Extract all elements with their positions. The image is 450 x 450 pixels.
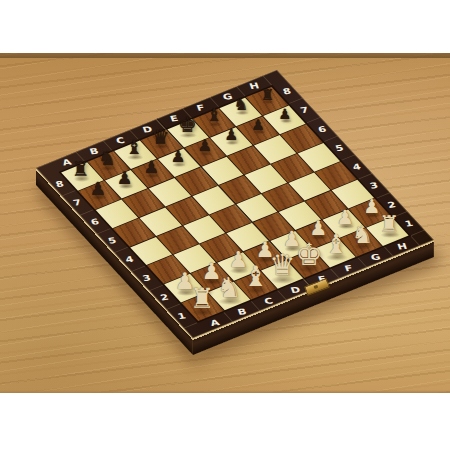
piece-black-r-a8[interactable]: ♜ xyxy=(72,160,90,180)
piece-black-p-h7[interactable]: ♟ xyxy=(279,107,292,121)
piece-black-p-a7[interactable]: ♟ xyxy=(90,180,106,198)
piece-black-p-b7[interactable]: ♟ xyxy=(117,170,133,188)
piece-white-p-h2[interactable]: ♟ xyxy=(363,197,380,216)
piece-white-r-h1[interactable]: ♜ xyxy=(379,213,400,236)
piece-white-k-e1[interactable]: ♚ xyxy=(295,240,322,270)
piece-white-q-d1[interactable]: ♛ xyxy=(269,251,295,280)
table-far-edge xyxy=(0,53,450,58)
piece-black-k-e8[interactable]: ♚ xyxy=(178,115,197,136)
piece-black-n-b8[interactable]: ♞ xyxy=(98,149,116,169)
piece-black-p-f7[interactable]: ♟ xyxy=(225,128,239,143)
piece-black-b-f8[interactable]: ♝ xyxy=(206,107,222,125)
piece-black-b-c8[interactable]: ♝ xyxy=(125,138,143,158)
piece-white-n-b1[interactable]: ♞ xyxy=(217,274,242,302)
table-near-edge xyxy=(0,390,450,393)
piece-white-n-g1[interactable]: ♞ xyxy=(352,223,374,248)
piece-white-b-f1[interactable]: ♝ xyxy=(324,232,347,258)
piece-white-b-c1[interactable]: ♝ xyxy=(243,263,268,291)
piece-black-p-e7[interactable]: ♟ xyxy=(198,138,212,154)
piece-black-r-h8[interactable]: ♜ xyxy=(261,88,275,103)
piece-black-p-g7[interactable]: ♟ xyxy=(252,118,265,133)
piece-black-p-c7[interactable]: ♟ xyxy=(144,159,159,176)
piece-white-r-a1[interactable]: ♜ xyxy=(190,285,215,313)
piece-black-p-d7[interactable]: ♟ xyxy=(171,149,186,165)
piece-black-n-g8[interactable]: ♞ xyxy=(233,97,248,113)
piece-black-q-d8[interactable]: ♛ xyxy=(152,127,170,147)
